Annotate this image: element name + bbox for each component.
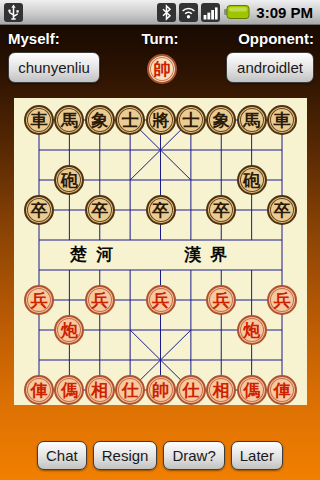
piece-black-砲-r2f7[interactable]: 砲 xyxy=(237,165,267,195)
piece-red-帥-r9f4[interactable]: 帥 xyxy=(146,375,176,405)
piece-black-卒-r3f8[interactable]: 卒 xyxy=(267,195,297,225)
piece-red-仕-r9f5[interactable]: 仕 xyxy=(176,375,206,405)
myself-label: Myself: xyxy=(8,30,60,47)
action-button-row: Chat Resign Draw? Later xyxy=(0,441,320,470)
status-bar: 3:09 PM xyxy=(0,0,320,25)
river-label-han-jie: 漢界 xyxy=(184,240,236,270)
piece-black-馬-r0f7[interactable]: 馬 xyxy=(237,105,267,135)
turn-label: Turn: xyxy=(141,30,178,47)
piece-black-卒-r3f4[interactable]: 卒 xyxy=(146,195,176,225)
draw-button[interactable]: Draw? xyxy=(163,441,224,470)
piece-red-相-r9f2[interactable]: 相 xyxy=(85,375,115,405)
xiangqi-app-screen: 3:09 PM Myself: Turn: Opponent: chunyenl… xyxy=(0,0,320,480)
piece-black-卒-r3f0[interactable]: 卒 xyxy=(24,195,54,225)
usb-icon xyxy=(4,3,23,22)
chat-button[interactable]: Chat xyxy=(37,441,87,470)
battery-icon xyxy=(223,4,250,20)
myself-name-button[interactable]: chunyenliu xyxy=(8,52,100,83)
xiangqi-board[interactable]: 楚河 漢界 車馬象士將士象馬車砲砲卒卒卒卒卒兵兵兵兵兵炮炮俥傌相仕帥仕相傌俥 xyxy=(14,98,307,405)
opponent-name-button[interactable]: androidlet xyxy=(226,52,314,83)
piece-black-將-r0f4[interactable]: 將 xyxy=(146,105,176,135)
later-button[interactable]: Later xyxy=(231,441,283,470)
bluetooth-icon xyxy=(157,3,176,22)
piece-black-車-r0f0[interactable]: 車 xyxy=(24,105,54,135)
piece-black-車-r0f8[interactable]: 車 xyxy=(267,105,297,135)
piece-red-兵-r6f8[interactable]: 兵 xyxy=(267,285,297,315)
wifi-icon xyxy=(179,3,198,22)
piece-black-士-r0f5[interactable]: 士 xyxy=(176,105,206,135)
opponent-label: Opponent: xyxy=(238,30,314,47)
turn-indicator-piece: 帥 xyxy=(147,54,177,84)
piece-red-炮-r7f7[interactable]: 炮 xyxy=(237,315,267,345)
piece-red-兵-r6f4[interactable]: 兵 xyxy=(146,285,176,315)
turn-piece-glyph: 帥 xyxy=(154,58,171,81)
piece-black-象-r0f2[interactable]: 象 xyxy=(85,105,115,135)
status-time: 3:09 PM xyxy=(253,4,316,21)
piece-black-卒-r3f2[interactable]: 卒 xyxy=(85,195,115,225)
piece-red-兵-r6f0[interactable]: 兵 xyxy=(24,285,54,315)
piece-red-俥-r9f8[interactable]: 俥 xyxy=(267,375,297,405)
board-grid xyxy=(14,98,307,405)
piece-red-俥-r9f0[interactable]: 俥 xyxy=(24,375,54,405)
piece-red-仕-r9f3[interactable]: 仕 xyxy=(115,375,145,405)
river-label-chu-he: 楚河 xyxy=(70,240,122,270)
piece-black-士-r0f3[interactable]: 士 xyxy=(115,105,145,135)
resign-button[interactable]: Resign xyxy=(93,441,158,470)
signal-strength-icon xyxy=(201,3,220,22)
piece-red-傌-r9f7[interactable]: 傌 xyxy=(237,375,267,405)
piece-red-兵-r6f2[interactable]: 兵 xyxy=(85,285,115,315)
